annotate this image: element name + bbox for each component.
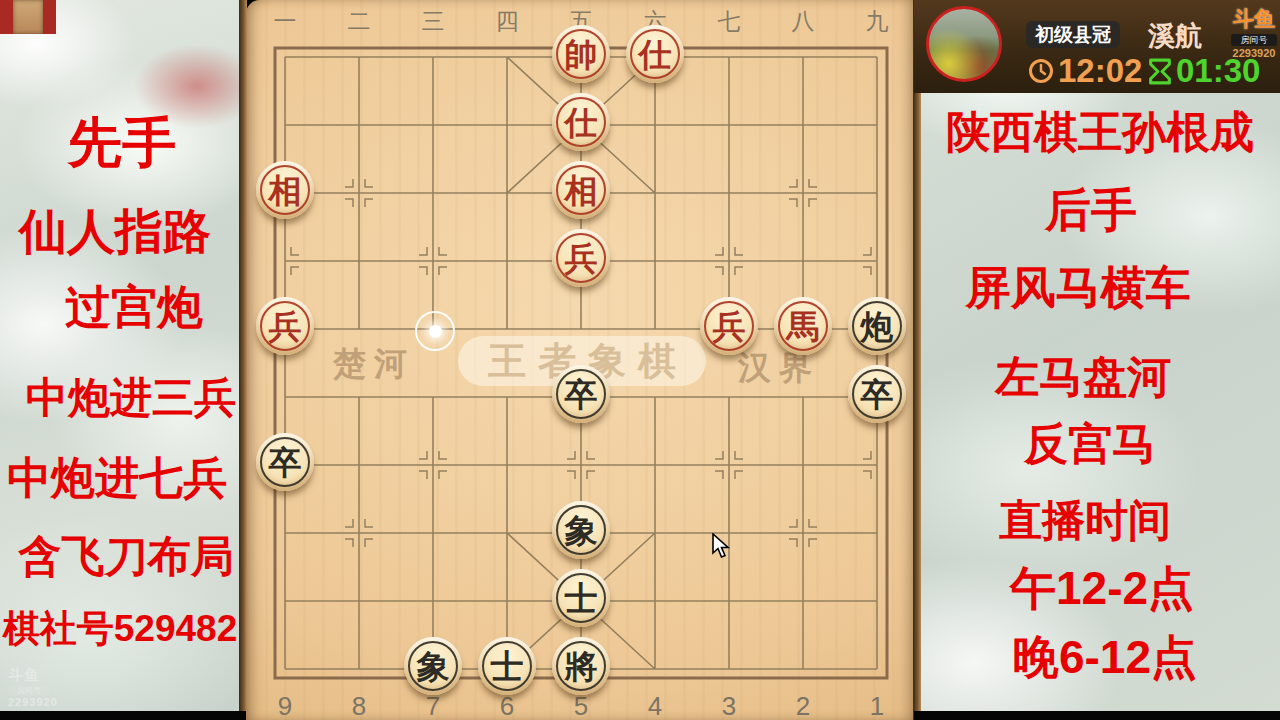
room-number-label: 房间号 [1231,34,1277,46]
streamer-name[interactable]: 溪航 [1148,18,1202,54]
right-caption-line: 反宫马 [1024,415,1156,474]
file-label-bottom: 6 [487,691,527,720]
file-label-top: 三 [413,6,453,37]
thumb-image [13,0,43,34]
piece-red-兵[interactable]: 兵 [552,229,610,287]
right-caption-line: 陕西棋王孙根成 [946,103,1254,162]
left-caption-line: 棋社号529482 [3,604,237,654]
left-caption-line: 中炮进三兵 [26,370,236,426]
right-caption-line: 后手 [1045,180,1137,242]
move-timer: 01:30 [1148,52,1260,90]
board-right-edge [913,0,921,720]
piece-black-卒[interactable]: 卒 [552,365,610,423]
piece-red-相[interactable]: 相 [552,161,610,219]
clock-icon [1028,58,1054,84]
file-label-bottom: 1 [857,691,897,720]
piece-red-仕[interactable]: 仕 [552,93,610,151]
left-caption-line: 中炮进七兵 [7,449,227,508]
piece-black-將[interactable]: 將 [552,637,610,695]
piece-black-象[interactable]: 象 [552,501,610,559]
game-clock: 12:02 [1028,52,1142,90]
clock-time: 12:02 [1058,52,1142,90]
file-label-bottom: 5 [561,691,601,720]
right-caption-line: 屏风马横车 [966,258,1191,318]
left-caption-line: 先手 [68,107,176,180]
corner-thumbnail [0,0,56,34]
bottom-black-bar-left [0,711,246,720]
file-label-top: 九 [857,6,897,37]
piece-red-仕[interactable]: 仕 [626,25,684,83]
thumb-right-strip [43,0,56,34]
douyu-watermark: 斗鱼 房间号 2293920 [8,666,58,708]
screen: 楚河 汉界 王者象棋 初级县冠 溪航 斗鱼 房间号 2293920 12:02 [0,0,1280,720]
file-label-top: 八 [783,6,823,37]
douyu-watermark-room-label: 房间号 [8,686,50,696]
file-label-bottom: 9 [265,691,305,720]
right-caption-line: 直播时间 [999,492,1171,550]
piece-red-相[interactable]: 相 [256,161,314,219]
stream-header-bar: 初级县冠 溪航 斗鱼 房间号 2293920 12:02 01:30 [914,0,1280,93]
file-label-bottom: 8 [339,691,379,720]
piece-red-兵[interactable]: 兵 [700,297,758,355]
bottom-black-bar-right [914,711,1280,720]
file-label-bottom: 4 [635,691,675,720]
right-caption-line: 午12-2点 [1010,558,1194,620]
piece-black-象[interactable]: 象 [404,637,462,695]
left-caption-line: 过宫炮 [65,277,203,339]
douyu-logo-icon: 斗鱼 [1233,7,1275,30]
move-indicator-dot [415,311,455,351]
douyu-watermark-logo: 斗鱼 [8,666,40,683]
file-label-top: 七 [709,6,749,37]
right-caption-line: 晚6-12点 [1013,627,1197,689]
left-caption-line: 仙人指路 [19,200,211,264]
piece-black-士[interactable]: 士 [552,569,610,627]
left-caption-line: 含飞刀布局 [19,528,234,586]
hourglass-icon [1148,58,1172,85]
piece-black-炮[interactable]: 炮 [848,297,906,355]
douyu-watermark-room-id: 2293920 [8,696,58,708]
piece-black-卒[interactable]: 卒 [848,365,906,423]
right-caption-line: 左马盘河 [995,348,1171,407]
board-left-edge [239,0,247,720]
piece-black-士[interactable]: 士 [478,637,536,695]
platform-logo: 斗鱼 房间号 2293920 [1226,5,1280,59]
file-label-bottom: 3 [709,691,749,720]
piece-red-兵[interactable]: 兵 [256,297,314,355]
river-label-left: 楚河 [333,342,415,387]
file-label-bottom: 7 [413,691,453,720]
timer-value: 01:30 [1176,52,1260,90]
piece-black-卒[interactable]: 卒 [256,433,314,491]
piece-red-帥[interactable]: 帥 [552,25,610,83]
file-label-top: 一 [265,6,305,37]
file-label-top: 二 [339,6,379,37]
file-label-bottom: 2 [783,691,823,720]
piece-red-馬[interactable]: 馬 [774,297,832,355]
thumb-left-strip [0,0,13,34]
streamer-avatar[interactable] [926,6,1002,82]
rank-badge: 初级县冠 [1026,21,1120,48]
file-label-top: 四 [487,6,527,37]
